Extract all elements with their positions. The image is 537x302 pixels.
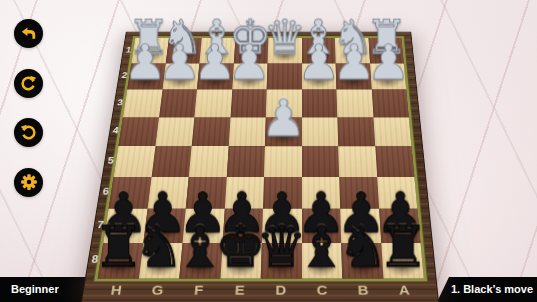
square-a8[interactable]: ♜ xyxy=(381,243,424,279)
square-e5[interactable] xyxy=(226,146,265,177)
square-b4[interactable] xyxy=(337,117,375,146)
file-label-B: B xyxy=(342,282,384,297)
square-d5[interactable] xyxy=(264,146,302,177)
file-label-F: F xyxy=(177,282,219,297)
square-c3[interactable] xyxy=(302,90,338,118)
square-a4[interactable] xyxy=(373,117,411,146)
square-b5[interactable] xyxy=(338,146,377,177)
rank-label-7: 7 xyxy=(94,219,107,230)
rank-label-3: 3 xyxy=(114,98,126,107)
rank-label-5: 5 xyxy=(105,155,117,165)
file-label-D: D xyxy=(260,282,301,297)
square-c4[interactable] xyxy=(302,117,339,146)
square-a5[interactable] xyxy=(375,146,414,177)
square-c5[interactable] xyxy=(302,146,340,177)
rank-label-2: 2 xyxy=(119,71,130,80)
square-g3[interactable] xyxy=(159,90,197,118)
file-label-H: H xyxy=(95,282,138,297)
gear-icon xyxy=(20,173,38,191)
square-c8[interactable]: ♝ xyxy=(302,243,343,279)
square-e2[interactable]: ♟ xyxy=(232,63,268,89)
square-f5[interactable] xyxy=(189,146,229,177)
square-h3[interactable] xyxy=(123,90,162,118)
rank-label-8: 8 xyxy=(88,253,102,265)
square-a3[interactable] xyxy=(371,90,408,118)
file-label-G: G xyxy=(136,282,179,297)
piece-white-pawn-d4[interactable]: ♟ xyxy=(260,92,306,143)
file-label-C: C xyxy=(302,282,343,297)
square-d4[interactable]: ♟ xyxy=(265,117,302,146)
back-button[interactable] xyxy=(14,19,43,48)
redo-button[interactable] xyxy=(14,69,43,98)
undo-button[interactable] xyxy=(14,118,43,147)
square-a2[interactable]: ♟ xyxy=(370,63,407,89)
board-scene: ♜♞♝♚♛♝♞♜♟♟♟♟♟♟♟♟♟♟♟♟♟♟♟♟♜♞♝♚♛♝♞♜ HGFEDCB… xyxy=(0,0,537,302)
square-g4[interactable] xyxy=(155,117,194,146)
rank-label-4: 4 xyxy=(110,126,122,136)
square-h4[interactable] xyxy=(118,117,158,146)
back-arrow-icon xyxy=(20,25,37,42)
board-squares: ♜♞♝♚♛♝♞♜♟♟♟♟♟♟♟♟♟♟♟♟♟♟♟♟♜♞♝♚♛♝♞♜ xyxy=(98,38,424,278)
piece-white-pawn-e2[interactable]: ♟ xyxy=(228,38,272,87)
undo-icon xyxy=(20,124,37,141)
square-f4[interactable] xyxy=(192,117,230,146)
square-b3[interactable] xyxy=(336,90,373,118)
file-label-E: E xyxy=(219,282,261,297)
rank-label-1: 1 xyxy=(123,46,134,54)
chess-app-screen: Beginner 1. Black’s move ♜♞♝♚♛♝♞♜♟♟♟♟♟♟♟… xyxy=(0,0,537,302)
file-labels: HGFEDCBA xyxy=(94,279,426,301)
rank-label-6: 6 xyxy=(99,186,112,197)
piece-black-rook-a8[interactable]: ♜ xyxy=(378,218,429,275)
chess-board: ♜♞♝♚♛♝♞♜♟♟♟♟♟♟♟♟♟♟♟♟♟♟♟♟♜♞♝♚♛♝♞♜ HGFEDCB… xyxy=(82,32,438,302)
piece-white-pawn-a2[interactable]: ♟ xyxy=(367,38,411,87)
settings-button[interactable] xyxy=(14,168,43,197)
file-label-A: A xyxy=(383,282,425,297)
square-h5[interactable] xyxy=(114,146,155,177)
redo-icon xyxy=(20,75,37,92)
square-g5[interactable] xyxy=(151,146,191,177)
square-f3[interactable] xyxy=(194,90,231,118)
